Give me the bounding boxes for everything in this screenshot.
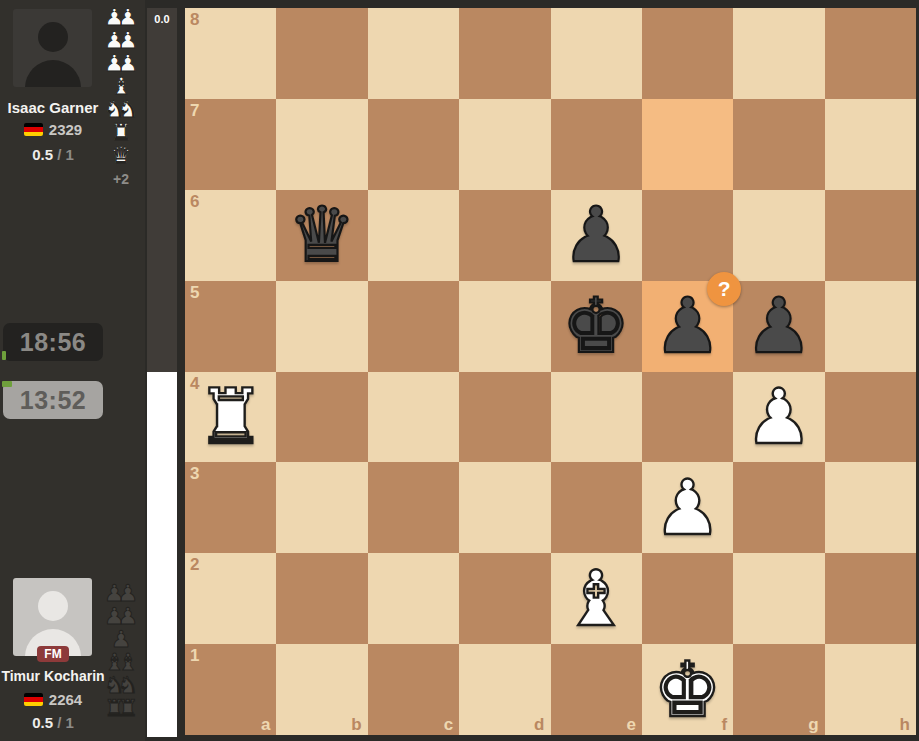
square-b6[interactable]: ♛ — [276, 190, 367, 281]
captured-white-pawns-row-1: ♟♟ — [104, 6, 138, 29]
square-a8[interactable]: 8 — [185, 8, 276, 99]
white-pawn-g4: ♟ — [745, 379, 813, 455]
square-f1[interactable]: f♚ — [642, 644, 733, 735]
rank-label-6: 6 — [190, 193, 199, 210]
captured-white-pawns-row-2: ♟♟ — [104, 29, 138, 52]
player-bottom-name: Timur Kocharin — [0, 668, 106, 684]
square-h3[interactable] — [825, 462, 916, 553]
square-b2[interactable] — [276, 553, 367, 644]
file-label-e: e — [626, 716, 635, 733]
white-rook-a4: ♜ — [197, 379, 265, 455]
square-f3[interactable]: ♟ — [642, 462, 733, 553]
square-e2[interactable]: ♝ — [551, 553, 642, 644]
square-h5[interactable] — [825, 281, 916, 372]
black-queen-b6: ♛ — [288, 197, 356, 273]
square-f6[interactable] — [642, 190, 733, 281]
square-d6[interactable] — [459, 190, 550, 281]
captured-black-pawns-row-1: ♟♟ — [104, 582, 138, 605]
square-d7[interactable] — [459, 99, 550, 190]
player-top-score-total: / 1 — [57, 146, 74, 163]
square-g1[interactable]: g — [733, 644, 824, 735]
square-c7[interactable] — [368, 99, 459, 190]
square-g7[interactable] — [733, 99, 824, 190]
square-g4[interactable]: ♟ — [733, 372, 824, 463]
rank-label-8: 8 — [190, 11, 199, 28]
square-a2[interactable]: 2 — [185, 553, 276, 644]
player-bottom-score: 0.5 / 1 — [0, 714, 106, 731]
material-advantage-label: +2 — [113, 171, 129, 187]
white-king-f1: ♚ — [653, 652, 721, 728]
square-d5[interactable] — [459, 281, 550, 372]
captured-white-bishop-row: ♝ — [111, 75, 132, 98]
player-top-score: 0.5 / 1 — [0, 146, 106, 163]
black-pawn-e6: ♟ — [562, 197, 630, 273]
square-e4[interactable] — [551, 372, 642, 463]
file-label-f: f — [722, 716, 728, 733]
square-h8[interactable] — [825, 8, 916, 99]
avatar-top-player — [13, 9, 92, 87]
square-b5[interactable] — [276, 281, 367, 372]
rank-label-2: 2 — [190, 556, 199, 573]
square-a4[interactable]: 4♜ — [185, 372, 276, 463]
germany-flag-icon — [24, 123, 43, 136]
square-c1[interactable]: c — [368, 644, 459, 735]
square-g3[interactable] — [733, 462, 824, 553]
square-h1[interactable]: h — [825, 644, 916, 735]
captured-white-knights-row: ♞♞ — [104, 98, 138, 121]
black-king-e5: ♚ — [562, 288, 630, 364]
square-h2[interactable] — [825, 553, 916, 644]
clock-top-player: 18:56 — [3, 323, 103, 361]
white-pawn-f3: ♟ — [653, 470, 721, 546]
square-g8[interactable] — [733, 8, 824, 99]
square-a7[interactable]: 7 — [185, 99, 276, 190]
player-top-rating-row: 2329 — [0, 121, 106, 138]
captured-black-rooks-row: ♜♜ — [104, 697, 138, 720]
sidebar: Isaac Garner 2329 0.5 / 1 ♟♟ ♟♟ ♟♟ ♝ ♞♞ … — [0, 0, 145, 741]
player-bottom-score-total: / 1 — [57, 714, 74, 731]
square-f8[interactable] — [642, 8, 733, 99]
square-e8[interactable] — [551, 8, 642, 99]
square-d1[interactable]: d — [459, 644, 550, 735]
captured-white-queen-row: ♛ — [111, 144, 132, 167]
rank-label-5: 5 — [190, 284, 199, 301]
square-b1[interactable]: b — [276, 644, 367, 735]
square-e3[interactable] — [551, 462, 642, 553]
file-label-b: b — [351, 716, 361, 733]
player-top-name: Isaac Garner — [0, 99, 106, 116]
square-b4[interactable] — [276, 372, 367, 463]
file-label-a: a — [261, 716, 270, 733]
square-g5[interactable]: ♟ — [733, 281, 824, 372]
file-label-g: g — [808, 716, 818, 733]
square-f4[interactable] — [642, 372, 733, 463]
mistake-annotation-badge: ? — [707, 272, 741, 306]
captured-tray-top: ♟♟ ♟♟ ♟♟ ♝ ♞♞ ♜ ♛ +2 — [99, 6, 143, 187]
square-e6[interactable]: ♟ — [551, 190, 642, 281]
eval-gauge: 0.0 — [147, 8, 177, 737]
square-f7[interactable] — [642, 99, 733, 190]
player-top-rating: 2329 — [49, 121, 82, 138]
square-a3[interactable]: 3 — [185, 462, 276, 553]
square-a5[interactable]: 5 — [185, 281, 276, 372]
chess-board: 876♛♟5♚♟♟4♜♟3♟2♝1abcdef♚gh? — [185, 8, 916, 735]
square-d3[interactable] — [459, 462, 550, 553]
square-c8[interactable] — [368, 8, 459, 99]
square-a1[interactable]: 1a — [185, 644, 276, 735]
square-b3[interactable] — [276, 462, 367, 553]
captured-white-pawns-row-3: ♟♟ — [104, 52, 138, 75]
player-bottom-score-value: 0.5 — [32, 714, 53, 731]
rank-label-7: 7 — [190, 102, 199, 119]
rank-label-1: 1 — [190, 647, 199, 664]
square-a6[interactable]: 6 — [185, 190, 276, 281]
square-c3[interactable] — [368, 462, 459, 553]
square-e7[interactable] — [551, 99, 642, 190]
germany-flag-icon — [24, 693, 43, 706]
square-c6[interactable] — [368, 190, 459, 281]
square-c4[interactable] — [368, 372, 459, 463]
square-h7[interactable] — [825, 99, 916, 190]
square-d4[interactable] — [459, 372, 550, 463]
rank-label-3: 3 — [190, 465, 199, 482]
fm-title-badge: FM — [37, 646, 68, 662]
eval-score-label: 0.0 — [147, 13, 177, 25]
captured-white-rook-row: ♜ — [111, 121, 132, 144]
captured-black-knights-row: ♞♞ — [104, 674, 138, 697]
captured-black-pawn-row-3: ♟ — [111, 628, 132, 651]
captured-black-pawns-row-2: ♟♟ — [104, 605, 138, 628]
square-e1[interactable]: e — [551, 644, 642, 735]
app-root: Isaac Garner 2329 0.5 / 1 ♟♟ ♟♟ ♟♟ ♝ ♞♞ … — [0, 0, 919, 741]
file-label-c: c — [444, 716, 453, 733]
square-d2[interactable] — [459, 553, 550, 644]
player-bottom-rating-row: 2264 — [0, 691, 106, 708]
square-b7[interactable] — [276, 99, 367, 190]
square-d8[interactable] — [459, 8, 550, 99]
square-g6[interactable] — [733, 190, 824, 281]
player-bottom-rating: 2264 — [49, 691, 82, 708]
square-c2[interactable] — [368, 553, 459, 644]
square-h6[interactable] — [825, 190, 916, 281]
square-h4[interactable] — [825, 372, 916, 463]
black-pawn-g5: ♟ — [745, 288, 813, 364]
square-f2[interactable] — [642, 553, 733, 644]
file-label-h: h — [900, 716, 910, 733]
square-g2[interactable] — [733, 553, 824, 644]
clock-bottom-player-active: 13:52 — [3, 381, 103, 419]
time-bar-top-indicator — [2, 351, 6, 360]
file-label-d: d — [534, 716, 544, 733]
white-bishop-e2: ♝ — [562, 561, 630, 637]
square-b8[interactable] — [276, 8, 367, 99]
title-badge-wrap: FM — [0, 644, 106, 662]
time-bar-bottom-indicator — [2, 381, 12, 387]
square-c5[interactable] — [368, 281, 459, 372]
square-e5[interactable]: ♚ — [551, 281, 642, 372]
player-top-score-value: 0.5 — [32, 146, 53, 163]
captured-black-bishops-row: ♝♝ — [104, 651, 138, 674]
